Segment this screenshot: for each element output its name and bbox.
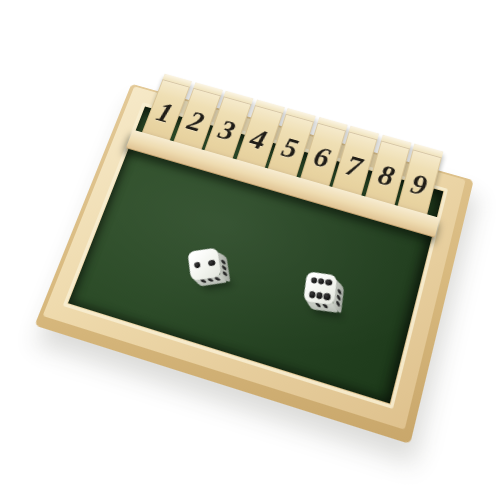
die-1[interactable] [187,246,230,288]
shut-the-box-board: 123456789 [43,86,466,429]
die-pip [208,259,215,266]
die-pip [193,262,200,269]
die-pip [308,291,315,298]
product-photo: 123456789 [0,0,500,500]
tile-number: 6 [311,142,334,173]
tile-number: 3 [215,115,238,145]
tile-number: 1 [153,98,177,127]
die-side-pip [206,278,214,282]
tile-number: 5 [279,133,302,163]
die-2[interactable] [302,271,345,314]
die-pip [323,293,330,300]
die-side-pip [199,279,207,283]
die-pip [325,278,332,285]
die-2-top-face [303,271,337,305]
tile-number: 8 [375,160,397,191]
die-pip [310,276,317,283]
die-pip [316,292,323,299]
tile-number: 7 [343,151,365,182]
tile-number: 2 [184,106,207,136]
tile-number: 4 [247,124,270,154]
die-1-top-face [187,247,221,280]
die-side-pip [220,258,225,264]
tile-number: 9 [408,169,430,200]
die-pip [318,277,325,284]
